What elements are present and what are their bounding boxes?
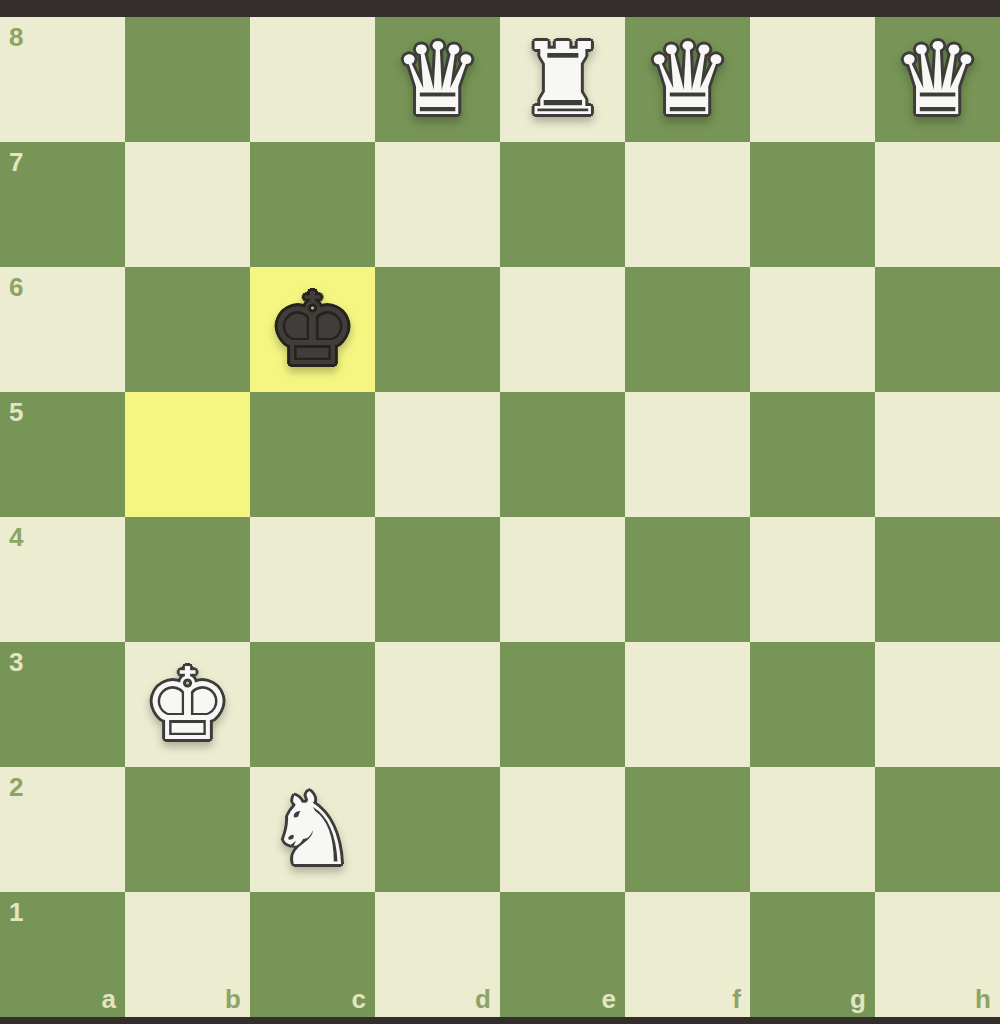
square-h6[interactable] <box>875 267 1000 392</box>
square-a8[interactable]: 8 <box>0 17 125 142</box>
rank-label-1: 1 <box>9 899 23 925</box>
square-a5[interactable]: 5 <box>0 392 125 517</box>
square-e4[interactable] <box>500 517 625 642</box>
square-b6[interactable] <box>125 267 250 392</box>
square-d2[interactable] <box>375 767 500 892</box>
file-label-d: d <box>475 986 491 1012</box>
square-f4[interactable] <box>625 517 750 642</box>
square-g8[interactable] <box>750 17 875 142</box>
square-d6[interactable] <box>375 267 500 392</box>
square-d4[interactable] <box>375 517 500 642</box>
square-d8[interactable]: ♛ <box>375 17 500 142</box>
square-c6[interactable]: ♚ <box>250 267 375 392</box>
square-b4[interactable] <box>125 517 250 642</box>
rank-label-8: 8 <box>9 24 23 50</box>
square-g1[interactable]: g <box>750 892 875 1017</box>
file-label-c: c <box>352 986 366 1012</box>
square-h2[interactable] <box>875 767 1000 892</box>
rank-label-3: 3 <box>9 649 23 675</box>
white-queen-piece-h8[interactable]: ♛ <box>893 17 983 142</box>
file-label-a: a <box>102 986 116 1012</box>
square-c4[interactable] <box>250 517 375 642</box>
square-h8[interactable]: ♛ <box>875 17 1000 142</box>
square-h4[interactable] <box>875 517 1000 642</box>
square-e7[interactable] <box>500 142 625 267</box>
square-h7[interactable] <box>875 142 1000 267</box>
square-a7[interactable]: 7 <box>0 142 125 267</box>
square-c8[interactable] <box>250 17 375 142</box>
square-g3[interactable] <box>750 642 875 767</box>
top-letterbox-bar <box>0 0 1000 17</box>
rank-label-5: 5 <box>9 399 23 425</box>
square-c1[interactable]: c <box>250 892 375 1017</box>
square-a1[interactable]: 1a <box>0 892 125 1017</box>
square-f3[interactable] <box>625 642 750 767</box>
file-label-g: g <box>850 986 866 1012</box>
file-label-e: e <box>602 986 616 1012</box>
square-e6[interactable] <box>500 267 625 392</box>
square-a4[interactable]: 4 <box>0 517 125 642</box>
chess-board[interactable]: 8♛♜♛♛76♚543♚2♞1abcdefgh <box>0 17 1000 1017</box>
rank-label-6: 6 <box>9 274 23 300</box>
square-a3[interactable]: 3 <box>0 642 125 767</box>
square-g2[interactable] <box>750 767 875 892</box>
white-knight-piece-c2[interactable]: ♞ <box>268 767 358 892</box>
bottom-letterbox-bar <box>0 1017 1000 1024</box>
square-c7[interactable] <box>250 142 375 267</box>
square-f6[interactable] <box>625 267 750 392</box>
rank-label-2: 2 <box>9 774 23 800</box>
square-e5[interactable] <box>500 392 625 517</box>
square-b3[interactable]: ♚ <box>125 642 250 767</box>
square-e1[interactable]: e <box>500 892 625 1017</box>
white-queen-piece-d8[interactable]: ♛ <box>393 17 483 142</box>
square-h3[interactable] <box>875 642 1000 767</box>
chess-app-screen: 8♛♜♛♛76♚543♚2♞1abcdefgh <box>0 0 1000 1024</box>
square-b5[interactable] <box>125 392 250 517</box>
rank-label-4: 4 <box>9 524 23 550</box>
square-a6[interactable]: 6 <box>0 267 125 392</box>
square-h5[interactable] <box>875 392 1000 517</box>
square-a2[interactable]: 2 <box>0 767 125 892</box>
square-d3[interactable] <box>375 642 500 767</box>
square-c5[interactable] <box>250 392 375 517</box>
square-b7[interactable] <box>125 142 250 267</box>
square-h1[interactable]: h <box>875 892 1000 1017</box>
white-queen-piece-f8[interactable]: ♛ <box>643 17 733 142</box>
square-d1[interactable]: d <box>375 892 500 1017</box>
rank-label-7: 7 <box>9 149 23 175</box>
file-label-b: b <box>225 986 241 1012</box>
square-b8[interactable] <box>125 17 250 142</box>
square-g4[interactable] <box>750 517 875 642</box>
square-c3[interactable] <box>250 642 375 767</box>
square-e8[interactable]: ♜ <box>500 17 625 142</box>
square-b2[interactable] <box>125 767 250 892</box>
file-label-f: f <box>732 986 741 1012</box>
white-rook-piece-e8[interactable]: ♜ <box>518 17 608 142</box>
square-f7[interactable] <box>625 142 750 267</box>
square-b1[interactable]: b <box>125 892 250 1017</box>
black-king-piece-c6[interactable]: ♚ <box>268 267 358 392</box>
square-e3[interactable] <box>500 642 625 767</box>
square-d5[interactable] <box>375 392 500 517</box>
white-king-piece-b3[interactable]: ♚ <box>143 642 233 767</box>
file-label-h: h <box>975 986 991 1012</box>
square-g6[interactable] <box>750 267 875 392</box>
square-d7[interactable] <box>375 142 500 267</box>
square-c2[interactable]: ♞ <box>250 767 375 892</box>
square-e2[interactable] <box>500 767 625 892</box>
square-g7[interactable] <box>750 142 875 267</box>
square-f5[interactable] <box>625 392 750 517</box>
square-f1[interactable]: f <box>625 892 750 1017</box>
square-f8[interactable]: ♛ <box>625 17 750 142</box>
square-g5[interactable] <box>750 392 875 517</box>
square-f2[interactable] <box>625 767 750 892</box>
